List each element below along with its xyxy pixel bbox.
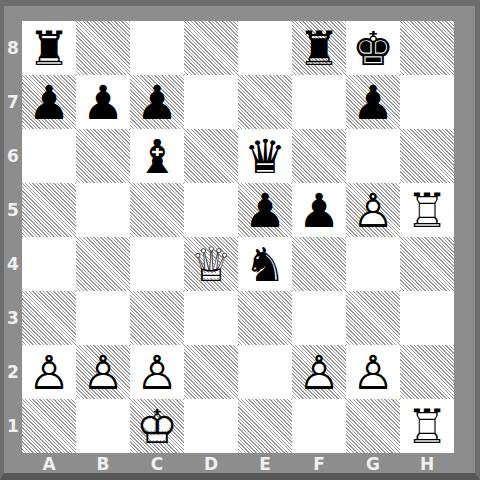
square-f3[interactable]	[292, 291, 346, 345]
square-d5[interactable]	[184, 183, 238, 237]
square-h3[interactable]	[400, 291, 454, 345]
square-g4[interactable]	[346, 237, 400, 291]
square-d6[interactable]	[184, 129, 238, 183]
file-labels: ABCDEFGH	[22, 453, 454, 474]
piece-outline-glyph: ♙	[346, 183, 400, 237]
square-b1[interactable]	[76, 399, 130, 453]
piece-outline-glyph: ♖	[400, 399, 454, 453]
piece-white-pawn: ♟♙	[346, 183, 400, 237]
piece-glyph: ♜	[22, 21, 76, 75]
square-e1[interactable]	[238, 399, 292, 453]
square-f1[interactable]	[292, 399, 346, 453]
square-c4[interactable]	[130, 237, 184, 291]
square-f5[interactable]: ♟	[292, 183, 346, 237]
square-e6[interactable]: ♛	[238, 129, 292, 183]
rank-label-4: 4	[4, 237, 22, 291]
square-d1[interactable]	[184, 399, 238, 453]
piece-outline-glyph: ♙	[130, 345, 184, 399]
piece-fill-glyph: ♛	[184, 237, 238, 291]
square-c5[interactable]	[130, 183, 184, 237]
square-f2[interactable]: ♟♙	[292, 345, 346, 399]
file-label-a: A	[22, 453, 76, 474]
square-f8[interactable]: ♜	[292, 21, 346, 75]
piece-white-queen: ♛♕	[184, 237, 238, 291]
square-h5[interactable]: ♜♖	[400, 183, 454, 237]
square-f6[interactable]	[292, 129, 346, 183]
square-b5[interactable]	[76, 183, 130, 237]
square-c1[interactable]: ♚♔	[130, 399, 184, 453]
square-a8[interactable]: ♜	[22, 21, 76, 75]
piece-black-bishop: ♝	[130, 129, 184, 183]
square-a3[interactable]	[22, 291, 76, 345]
square-a1[interactable]	[22, 399, 76, 453]
square-b8[interactable]	[76, 21, 130, 75]
square-g1[interactable]	[346, 399, 400, 453]
piece-outline-glyph: ♙	[22, 345, 76, 399]
square-e7[interactable]	[238, 75, 292, 129]
square-a4[interactable]	[22, 237, 76, 291]
square-a2[interactable]: ♟♙	[22, 345, 76, 399]
piece-outline-glyph: ♕	[184, 237, 238, 291]
square-a7[interactable]: ♟	[22, 75, 76, 129]
square-h6[interactable]	[400, 129, 454, 183]
piece-black-pawn: ♟	[292, 183, 346, 237]
rank-label-6: 6	[4, 129, 22, 183]
piece-outline-glyph: ♙	[292, 345, 346, 399]
piece-outline-glyph: ♙	[346, 345, 400, 399]
square-g7[interactable]: ♟	[346, 75, 400, 129]
piece-outline-glyph: ♔	[130, 399, 184, 453]
square-g5[interactable]: ♟♙	[346, 183, 400, 237]
square-d8[interactable]	[184, 21, 238, 75]
piece-fill-glyph: ♜	[400, 399, 454, 453]
piece-glyph: ♟	[292, 183, 346, 237]
piece-white-pawn: ♟♙	[346, 345, 400, 399]
square-d7[interactable]	[184, 75, 238, 129]
square-g3[interactable]	[346, 291, 400, 345]
square-d3[interactable]	[184, 291, 238, 345]
square-c6[interactable]: ♝	[130, 129, 184, 183]
piece-outline-glyph: ♙	[76, 345, 130, 399]
file-label-d: D	[184, 453, 238, 474]
piece-white-pawn: ♟♙	[22, 345, 76, 399]
piece-black-king: ♚	[346, 21, 400, 75]
piece-black-pawn: ♟	[346, 75, 400, 129]
square-f4[interactable]	[292, 237, 346, 291]
square-e8[interactable]	[238, 21, 292, 75]
square-b7[interactable]: ♟	[76, 75, 130, 129]
rank-label-1: 1	[4, 399, 22, 453]
square-e4[interactable]: ♞	[238, 237, 292, 291]
piece-glyph: ♟	[238, 183, 292, 237]
square-a6[interactable]	[22, 129, 76, 183]
square-f7[interactable]	[292, 75, 346, 129]
rank-labels: 87654321	[4, 21, 22, 453]
rank-label-2: 2	[4, 345, 22, 399]
piece-glyph: ♟	[346, 75, 400, 129]
square-c8[interactable]	[130, 21, 184, 75]
chess-diagram: 87654321 ♜♜♚♟♟♟♟♝♛♟♟♟♙♜♖♛♕♞♟♙♟♙♟♙♟♙♟♙♚♔♜…	[0, 0, 480, 480]
square-e2[interactable]	[238, 345, 292, 399]
piece-black-knight: ♞	[238, 237, 292, 291]
piece-outline-glyph: ♖	[400, 183, 454, 237]
file-label-e: E	[238, 453, 292, 474]
piece-glyph: ♟	[76, 75, 130, 129]
square-h2[interactable]	[400, 345, 454, 399]
square-g8[interactable]: ♚	[346, 21, 400, 75]
piece-fill-glyph: ♜	[400, 183, 454, 237]
piece-black-queen: ♛	[238, 129, 292, 183]
square-c2[interactable]: ♟♙	[130, 345, 184, 399]
rank-label-5: 5	[4, 183, 22, 237]
square-h7[interactable]	[400, 75, 454, 129]
piece-glyph: ♞	[238, 237, 292, 291]
piece-fill-glyph: ♟	[130, 345, 184, 399]
square-c3[interactable]	[130, 291, 184, 345]
square-b4[interactable]	[76, 237, 130, 291]
piece-black-pawn: ♟	[76, 75, 130, 129]
piece-glyph: ♟	[130, 75, 184, 129]
square-h4[interactable]	[400, 237, 454, 291]
piece-glyph: ♚	[346, 21, 400, 75]
piece-fill-glyph: ♚	[130, 399, 184, 453]
piece-white-pawn: ♟♙	[130, 345, 184, 399]
piece-fill-glyph: ♟	[22, 345, 76, 399]
piece-white-rook: ♜♖	[400, 183, 454, 237]
file-label-h: H	[400, 453, 454, 474]
piece-glyph: ♟	[22, 75, 76, 129]
piece-fill-glyph: ♟	[76, 345, 130, 399]
square-a5[interactable]	[22, 183, 76, 237]
piece-black-pawn: ♟	[22, 75, 76, 129]
piece-fill-glyph: ♟	[346, 183, 400, 237]
square-d4[interactable]: ♛♕	[184, 237, 238, 291]
piece-black-rook: ♜	[292, 21, 346, 75]
square-e5[interactable]: ♟	[238, 183, 292, 237]
piece-fill-glyph: ♟	[346, 345, 400, 399]
chess-board: ♜♜♚♟♟♟♟♝♛♟♟♟♙♜♖♛♕♞♟♙♟♙♟♙♟♙♟♙♚♔♜♖	[22, 21, 454, 453]
file-label-c: C	[130, 453, 184, 474]
square-g6[interactable]	[346, 129, 400, 183]
square-h1[interactable]: ♜♖	[400, 399, 454, 453]
piece-black-pawn: ♟	[238, 183, 292, 237]
file-label-f: F	[292, 453, 346, 474]
square-e3[interactable]	[238, 291, 292, 345]
piece-glyph: ♛	[238, 129, 292, 183]
piece-glyph: ♝	[130, 129, 184, 183]
square-b2[interactable]: ♟♙	[76, 345, 130, 399]
square-b6[interactable]	[76, 129, 130, 183]
piece-white-pawn: ♟♙	[76, 345, 130, 399]
square-b3[interactable]	[76, 291, 130, 345]
square-d2[interactable]	[184, 345, 238, 399]
piece-glyph: ♜	[292, 21, 346, 75]
rank-label-3: 3	[4, 291, 22, 345]
piece-black-rook: ♜	[22, 21, 76, 75]
piece-white-pawn: ♟♙	[292, 345, 346, 399]
piece-black-pawn: ♟	[130, 75, 184, 129]
square-g2[interactable]: ♟♙	[346, 345, 400, 399]
piece-white-king: ♚♔	[130, 399, 184, 453]
rank-label-7: 7	[4, 75, 22, 129]
file-label-b: B	[76, 453, 130, 474]
square-h8[interactable]	[400, 21, 454, 75]
piece-fill-glyph: ♟	[292, 345, 346, 399]
piece-white-rook: ♜♖	[400, 399, 454, 453]
square-c7[interactable]: ♟	[130, 75, 184, 129]
file-label-g: G	[346, 453, 400, 474]
rank-label-8: 8	[4, 21, 22, 75]
